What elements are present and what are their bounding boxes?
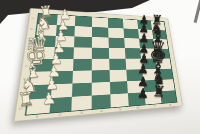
square-d8 bbox=[154, 49, 169, 59]
square-b1 bbox=[36, 24, 57, 36]
square-f4 bbox=[92, 70, 110, 83]
square-g3 bbox=[72, 83, 92, 97]
square-f2 bbox=[52, 71, 73, 85]
file-label-d: d bbox=[27, 51, 31, 54]
photo: CHESS 12345678abcdefgh ♜♟♟♜♞♟♟♞♝♟♟♝♛♟♟♛♚… bbox=[0, 0, 200, 134]
square-b6 bbox=[124, 28, 140, 38]
file-label-c: c bbox=[28, 39, 31, 42]
square-f7 bbox=[142, 69, 158, 81]
square-e5 bbox=[109, 59, 126, 70]
rank-label-5: 5 bbox=[119, 107, 122, 111]
square-c5 bbox=[108, 38, 124, 49]
file-label-h: h bbox=[19, 106, 23, 111]
square-e4 bbox=[92, 59, 110, 71]
square-f3 bbox=[72, 70, 91, 83]
square-h3 bbox=[71, 96, 91, 111]
square-f8 bbox=[157, 69, 173, 80]
square-d7 bbox=[140, 48, 156, 58]
square-c4 bbox=[92, 37, 109, 48]
square-b7 bbox=[138, 29, 153, 39]
board-grid bbox=[25, 13, 178, 116]
square-h8 bbox=[160, 90, 177, 103]
square-b2 bbox=[56, 25, 75, 36]
square-d4 bbox=[92, 48, 109, 59]
square-h7 bbox=[144, 91, 161, 104]
rank-label-8: 8 bbox=[169, 103, 172, 107]
square-d5 bbox=[109, 48, 126, 59]
square-c6 bbox=[124, 38, 140, 48]
square-f1 bbox=[30, 71, 53, 85]
chess-board: CHESS 12345678abcdefgh bbox=[0, 0, 200, 134]
square-e7 bbox=[141, 59, 157, 70]
square-d1 bbox=[33, 47, 55, 59]
square-c1 bbox=[35, 35, 56, 47]
square-d6 bbox=[125, 48, 141, 59]
file-label-f: f bbox=[23, 77, 25, 81]
square-d2 bbox=[54, 47, 74, 59]
file-label-b: b bbox=[30, 28, 33, 31]
rank-label-2: 2 bbox=[58, 113, 62, 117]
square-h5 bbox=[110, 93, 128, 107]
square-e6 bbox=[126, 59, 143, 70]
rank-label-3: 3 bbox=[79, 111, 82, 115]
square-f5 bbox=[110, 70, 128, 82]
square-c8 bbox=[153, 39, 168, 49]
file-label-g: g bbox=[21, 91, 25, 95]
square-b3 bbox=[74, 26, 92, 37]
square-f6 bbox=[126, 69, 143, 81]
square-b8 bbox=[152, 30, 167, 40]
square-h1 bbox=[26, 98, 51, 115]
square-e8 bbox=[156, 59, 172, 69]
square-d3 bbox=[74, 47, 92, 58]
square-h6 bbox=[128, 92, 146, 106]
square-c3 bbox=[74, 36, 92, 47]
rank-label-1: 1 bbox=[35, 114, 39, 119]
square-c7 bbox=[139, 39, 154, 49]
square-c2 bbox=[55, 36, 74, 48]
rank-label-7: 7 bbox=[153, 104, 156, 108]
board-surface: CHESS 12345678abcdefgh bbox=[13, 8, 183, 122]
file-label-e: e bbox=[25, 64, 29, 68]
square-e1 bbox=[32, 59, 54, 72]
square-e3 bbox=[73, 59, 92, 71]
square-h2 bbox=[50, 97, 72, 113]
square-e2 bbox=[53, 59, 74, 71]
rank-label-4: 4 bbox=[100, 109, 103, 113]
file-label-a: a bbox=[32, 17, 35, 20]
square-b5 bbox=[108, 28, 124, 38]
square-h4 bbox=[92, 94, 111, 109]
rank-label-6: 6 bbox=[136, 106, 139, 110]
square-b4 bbox=[92, 27, 109, 38]
